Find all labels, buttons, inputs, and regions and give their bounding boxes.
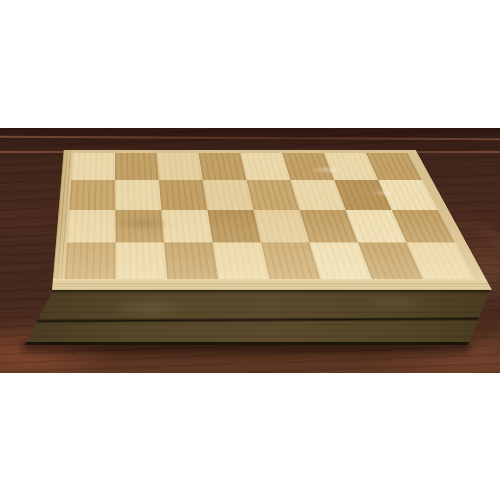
- square-r4c2: [116, 243, 167, 280]
- square-r2c3: [159, 180, 207, 210]
- square-r1c1: [71, 153, 115, 180]
- board-frame-front-edge: [52, 279, 492, 290]
- checkerboard: [65, 153, 475, 279]
- lid-shadow-line: [0, 290, 500, 294]
- square-r3c3: [161, 210, 212, 243]
- square-r4c1: [65, 243, 116, 280]
- board-top-wrapper: [20, 150, 492, 290]
- square-r3c4: [207, 210, 261, 243]
- square-r2c4: [203, 180, 254, 210]
- square-r3c1: [67, 210, 115, 243]
- board-top-face: [52, 150, 492, 290]
- chess-box: [0, 128, 500, 373]
- square-r4c4: [213, 243, 270, 280]
- square-r1c4: [199, 153, 247, 180]
- square-r2c2: [115, 180, 161, 210]
- square-r2c1: [69, 180, 115, 210]
- square-r4c3: [164, 243, 218, 280]
- folding-box-seam: [0, 317, 500, 324]
- square-r1c2: [115, 153, 159, 180]
- photo: [0, 128, 500, 373]
- square-r1c3: [157, 153, 203, 180]
- box-bottom-edge: [0, 342, 500, 345]
- square-r3c2: [115, 210, 164, 243]
